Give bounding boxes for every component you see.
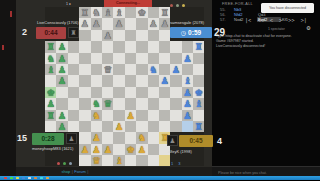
board-square[interactable] [159, 41, 170, 52]
board-square[interactable] [79, 155, 90, 166]
green-bishop[interactable]: ♝ [45, 64, 56, 75]
green-pawn[interactable]: ♟ [45, 98, 56, 109]
blue-bishop[interactable]: ♝ [193, 98, 204, 109]
board-square[interactable] [159, 64, 170, 75]
score-green: 15 [17, 133, 27, 143]
board-corner-cutout [193, 7, 204, 18]
board-square[interactable] [182, 64, 193, 75]
board-square[interactable] [102, 41, 113, 52]
board-square[interactable] [56, 98, 67, 109]
blue-pawn[interactable]: ♟ [182, 53, 193, 64]
board-square[interactable] [68, 121, 79, 132]
board-square[interactable] [125, 7, 136, 18]
chat-log: Type /stop-chat to deactivate chat for e… [216, 34, 316, 49]
gray-queen[interactable]: ♛ [102, 64, 113, 75]
blue-king[interactable]: ♚ [193, 87, 204, 98]
board-square[interactable] [91, 41, 102, 52]
footer-link-shop[interactable]: shop [62, 169, 71, 174]
blue-bishop[interactable]: ♝ [182, 75, 193, 86]
status-dot [69, 162, 72, 165]
board-square[interactable] [91, 121, 102, 132]
blue-pawn[interactable]: ♟ [182, 87, 193, 98]
board-square[interactable] [170, 41, 181, 52]
board-square[interactable] [113, 98, 124, 109]
board-square[interactable] [148, 53, 159, 64]
blue-pawn[interactable]: ♟ [182, 110, 193, 121]
board-square[interactable] [125, 155, 136, 166]
board-square[interactable] [170, 98, 181, 109]
board-square[interactable] [159, 53, 170, 64]
board-square[interactable] [136, 18, 147, 29]
board-square[interactable] [79, 75, 90, 86]
blue-rook[interactable]: ♜ [193, 121, 204, 132]
board-square[interactable] [68, 110, 79, 121]
yellow-pawn[interactable]: ♟ [136, 144, 147, 155]
disconnect-tooltip: You have disconnected [261, 3, 314, 13]
gray-pawn[interactable]: ♟ [148, 18, 159, 29]
avatar-red-icon: ♜ [71, 29, 77, 36]
board-square[interactable] [102, 18, 113, 29]
board-square[interactable] [113, 110, 124, 121]
board-square[interactable] [68, 98, 79, 109]
taskbar-icon[interactable] [16, 177, 19, 180]
board-square[interactable] [159, 30, 170, 41]
board-square[interactable] [182, 121, 193, 132]
blue-pawn[interactable]: ♟ [159, 75, 170, 86]
board-square[interactable] [113, 41, 124, 52]
player-name-red[interactable]: LiveConsciously (1706) [37, 20, 79, 25]
taskbar-icon[interactable] [34, 177, 37, 180]
gray-bishop[interactable]: ♝ [102, 7, 113, 18]
player-name-yellow[interactable]: alfeyK (1998) [168, 149, 192, 154]
board-square[interactable] [182, 41, 193, 52]
green-pawn[interactable]: ♟ [56, 121, 67, 132]
board-square[interactable] [170, 75, 181, 86]
board-square[interactable] [125, 98, 136, 109]
board-square[interactable] [79, 87, 90, 98]
player-name-blue[interactable]: samsesgale (2078) [170, 20, 204, 25]
board-square[interactable] [113, 53, 124, 64]
avatar-green-icon: ♟ [69, 135, 75, 142]
footer-separator: | [87, 169, 88, 174]
gray-pawn[interactable]: ♟ [79, 18, 90, 29]
board-square[interactable] [113, 132, 124, 143]
board-square[interactable] [136, 98, 147, 109]
green-knight[interactable]: ♞ [45, 53, 56, 64]
board-square[interactable] [113, 30, 124, 41]
nav-first-button[interactable]: |< [245, 17, 251, 23]
board-square[interactable] [136, 53, 147, 64]
screen-artifact [2, 45, 4, 50]
board-square[interactable] [136, 121, 147, 132]
board-square[interactable] [102, 53, 113, 64]
yellow-pawn[interactable]: ♟ [79, 144, 90, 155]
yellow-knight[interactable]: ♞ [91, 110, 102, 121]
yellow-bishop[interactable]: ♝ [113, 155, 124, 166]
board-square[interactable] [148, 41, 159, 52]
clock-red-time: 0:44 [44, 29, 57, 36]
yellow-queen[interactable]: ♛ [91, 155, 102, 166]
clock-blue: ◷ 0:59 [170, 27, 212, 39]
board-square[interactable] [102, 75, 113, 86]
yellow-knight[interactable]: ♞ [136, 132, 147, 143]
board-square[interactable] [45, 121, 56, 132]
board-square[interactable] [148, 98, 159, 109]
gray-rook[interactable]: ♜ [79, 7, 90, 18]
board-square[interactable] [148, 30, 159, 41]
blue-indicator-text: 1 3 [171, 161, 183, 166]
board-square[interactable] [91, 87, 102, 98]
board-square[interactable] [125, 30, 136, 41]
board-square[interactable] [125, 41, 136, 52]
taskbar-icon[interactable] [28, 177, 31, 180]
status-dot [170, 4, 173, 7]
score-yellow: 4 [217, 136, 222, 146]
board-square[interactable] [170, 87, 181, 98]
board-square[interactable] [148, 155, 159, 166]
player-status-dots [170, 4, 185, 7]
board-square[interactable] [68, 87, 79, 98]
avatar-yellow[interactable]: ♟ [167, 135, 178, 146]
board-square[interactable] [68, 53, 79, 64]
board-square[interactable] [193, 64, 204, 75]
board-square[interactable] [79, 53, 90, 64]
board-square[interactable] [159, 98, 170, 109]
move-number: 56. [220, 12, 233, 17]
move-number: 55. [220, 7, 233, 12]
taskbar-icon[interactable] [4, 177, 7, 180]
board-square[interactable] [148, 87, 159, 98]
board-square[interactable] [159, 110, 170, 121]
board-square[interactable] [79, 30, 90, 41]
blue-knight[interactable]: ♞ [148, 64, 159, 75]
yellow-pawn[interactable]: ♟ [113, 121, 124, 132]
yellow-king[interactable]: ♚ [125, 144, 136, 155]
board-square[interactable] [193, 110, 204, 121]
spectator-count[interactable]: 1 spectator [268, 27, 285, 31]
board-square[interactable] [91, 53, 102, 64]
move-nav-bar: |<<<<>>>>| [245, 17, 307, 23]
avatar-green[interactable]: ♟ [66, 133, 77, 144]
taskbar-icon[interactable] [46, 177, 49, 180]
board-square[interactable] [45, 75, 56, 86]
board-square[interactable] [136, 41, 147, 52]
board-square[interactable] [148, 75, 159, 86]
board-square[interactable] [68, 75, 79, 86]
screen-artifact [10, 11, 12, 17]
blue-pawn[interactable]: ♟ [170, 64, 181, 75]
chat-message: LiveConsciously disconnected! [216, 44, 316, 48]
clock-green: 0:28 [32, 133, 64, 145]
footer-links: shop|Forum| [60, 169, 88, 174]
nav-forward10-button[interactable]: >> [288, 17, 294, 23]
clock-green-time: 0:28 [41, 135, 54, 142]
yellow-pawn[interactable]: ♟ [125, 110, 136, 121]
move-cell[interactable]: Nb3 [233, 7, 257, 12]
chat-message: Type /stop-chat to deactivate chat for e… [216, 34, 316, 38]
taskbar-icon[interactable] [40, 177, 43, 180]
yellow-pawn[interactable]: ♟ [91, 132, 102, 143]
status-dot [176, 4, 179, 7]
board-square[interactable] [159, 155, 170, 166]
blue-pawn[interactable]: ♟ [182, 98, 193, 109]
board-square[interactable] [91, 64, 102, 75]
windows-taskbar[interactable] [0, 176, 320, 181]
board-square[interactable] [148, 132, 159, 143]
board-square[interactable] [136, 155, 147, 166]
gray-pawn[interactable]: ♟ [113, 18, 124, 29]
board-square[interactable] [113, 64, 124, 75]
green-queen[interactable]: ♛ [102, 98, 113, 109]
overlay-marker: 1 ♦ [66, 2, 71, 6]
green-pawn[interactable]: ♟ [56, 41, 67, 52]
status-dot [57, 162, 60, 165]
board-square[interactable] [148, 7, 159, 18]
gray-pawn[interactable]: ♟ [102, 30, 113, 41]
board-square[interactable] [148, 121, 159, 132]
gear-icon[interactable]: ⚙ [306, 25, 311, 31]
clock-running-icon: ◷ [181, 29, 186, 36]
board-square[interactable] [102, 121, 113, 132]
gray-pawn[interactable]: ♟ [91, 18, 102, 29]
green-knight[interactable]: ♞ [91, 98, 102, 109]
clock-yellow-time: 0:45 [189, 137, 202, 144]
gray-pawn[interactable]: ♟ [159, 18, 170, 29]
board-square[interactable] [125, 87, 136, 98]
nav-last-button[interactable]: >| [301, 17, 307, 23]
board-square[interactable] [125, 18, 136, 29]
clock-yellow: 0:45 [179, 135, 213, 147]
score-blue: 29 [214, 27, 225, 38]
board-corner-cutout [170, 7, 181, 18]
board-square[interactable] [68, 41, 79, 52]
board-corner-cutout [45, 155, 56, 166]
gray-king[interactable]: ♚ [136, 7, 147, 18]
board-square[interactable] [125, 53, 136, 64]
board-square[interactable] [68, 64, 79, 75]
board-square[interactable] [125, 64, 136, 75]
board-square[interactable] [113, 87, 124, 98]
taskbar-icon[interactable] [22, 177, 25, 180]
score-red: 2 [22, 27, 27, 37]
nav-forward-button[interactable]: > [279, 17, 282, 23]
gray-bishop[interactable]: ♝ [113, 7, 124, 18]
board-square[interactable] [136, 30, 147, 41]
green-pawn[interactable]: ♟ [56, 75, 67, 86]
board-corner-cutout [182, 155, 193, 166]
green-rook[interactable]: ♜ [45, 110, 56, 121]
green-pawn[interactable]: ♟ [56, 53, 67, 64]
board-square[interactable] [148, 144, 159, 155]
status-dot [182, 4, 185, 7]
app-window: ♜♞♝♝♚♜♟♟♟♟♟♟♛♜♞♝♚♟♜♟♟♟♟♟♟♞♛♜♟♞♟♝♟♟♚♟♝♟♜♞… [0, 0, 320, 180]
board-corner-cutout [182, 7, 193, 18]
board-corner-cutout [68, 7, 79, 18]
board-square[interactable] [102, 155, 113, 166]
footer-link-forum[interactable]: Forum [74, 169, 86, 174]
avatar-yellow-icon: ♟ [170, 137, 176, 144]
board-square[interactable] [79, 132, 90, 143]
board-square[interactable] [193, 53, 204, 64]
board-square[interactable] [91, 30, 102, 41]
green-rook[interactable]: ♜ [45, 41, 56, 52]
board-corner-cutout [56, 7, 67, 18]
board-square[interactable] [79, 110, 90, 121]
player-name-green[interactable]: moneyhoopM83 (1621) [32, 146, 73, 151]
footer-strip: shop|Forum| [16, 167, 212, 176]
yellow-pawn[interactable]: ♟ [102, 144, 113, 155]
board-square[interactable] [136, 110, 147, 121]
avatar-red[interactable]: ♜ [68, 27, 79, 38]
board-corner-cutout [45, 7, 56, 18]
blue-rook[interactable]: ♜ [193, 41, 204, 52]
clock-red: 0:44 [36, 27, 66, 39]
nav-back10-button[interactable]: << [257, 17, 263, 23]
board-square[interactable] [56, 87, 67, 98]
board-square[interactable] [148, 110, 159, 121]
board-square[interactable] [136, 87, 147, 98]
board-corner-cutout [193, 155, 204, 166]
board-square[interactable] [136, 64, 147, 75]
board-square[interactable] [125, 75, 136, 86]
status-dot [63, 162, 66, 165]
board-square[interactable] [79, 64, 90, 75]
gray-knight[interactable]: ♞ [91, 7, 102, 18]
board-square[interactable] [125, 132, 136, 143]
board-square[interactable] [113, 144, 124, 155]
green-pawn[interactable]: ♟ [56, 64, 67, 75]
green-king[interactable]: ♚ [45, 87, 56, 98]
board-square[interactable] [159, 121, 170, 132]
yellow-pawn[interactable]: ♟ [91, 144, 102, 155]
board-square[interactable] [136, 75, 147, 86]
player-status-dots [57, 162, 72, 165]
board-square[interactable] [125, 121, 136, 132]
chat-message: Game #697987 started. [216, 39, 316, 43]
board-square[interactable] [170, 53, 181, 64]
board-square[interactable] [159, 87, 170, 98]
green-pawn[interactable]: ♟ [56, 110, 67, 121]
board-square[interactable] [79, 41, 90, 52]
board-square[interactable] [102, 110, 113, 121]
board-square[interactable] [170, 121, 181, 132]
side-panel [212, 0, 320, 176]
move-number: 57. [220, 17, 233, 22]
footer-separator: | [72, 169, 73, 174]
board-square[interactable] [79, 121, 90, 132]
connecting-banner: Connecting... [104, 0, 152, 7]
game-type-title: FREE-FOR-ALL [222, 2, 253, 6]
clock-blue-time: 0:59 [188, 29, 201, 36]
board-square[interactable] [170, 110, 181, 121]
board-square[interactable] [113, 75, 124, 86]
board-square[interactable] [193, 75, 204, 86]
gray-rook[interactable]: ♜ [159, 7, 170, 18]
board-square[interactable] [79, 98, 90, 109]
taskbar-icon[interactable] [10, 177, 13, 180]
nav-back-button[interactable]: < [270, 17, 273, 23]
board-square[interactable] [102, 132, 113, 143]
chat-input-bar [212, 166, 320, 176]
board-square[interactable] [91, 75, 102, 86]
board-square[interactable] [102, 87, 113, 98]
